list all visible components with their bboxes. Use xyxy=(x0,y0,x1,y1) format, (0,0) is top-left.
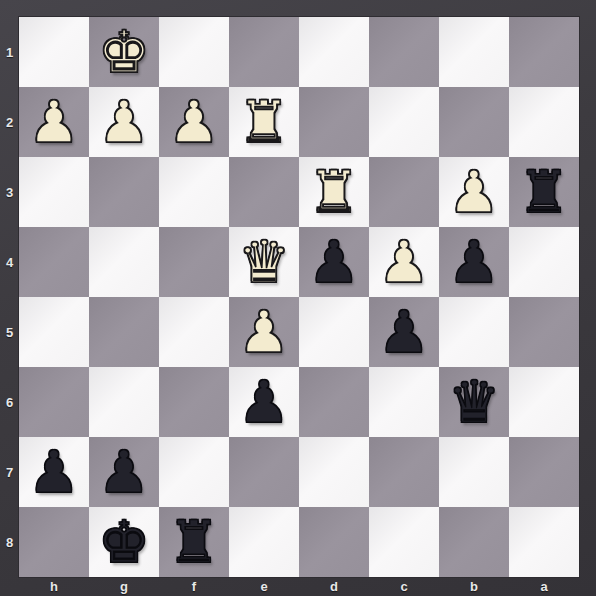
square-e8[interactable] xyxy=(229,507,299,577)
rank-label-8: 8 xyxy=(0,507,19,577)
square-c4[interactable]: ♟ xyxy=(369,227,439,297)
square-f4[interactable] xyxy=(159,227,229,297)
square-d6[interactable] xyxy=(299,367,369,437)
rank-label-3: 3 xyxy=(0,157,19,227)
white-pawn[interactable]: ♟ xyxy=(98,87,150,157)
square-f6[interactable] xyxy=(159,367,229,437)
black-pawn[interactable]: ♟ xyxy=(378,297,430,367)
square-e3[interactable] xyxy=(229,157,299,227)
square-a4[interactable] xyxy=(509,227,579,297)
square-c3[interactable] xyxy=(369,157,439,227)
square-e1[interactable] xyxy=(229,17,299,87)
square-g6[interactable] xyxy=(89,367,159,437)
square-e6[interactable]: ♟ xyxy=(229,367,299,437)
white-king[interactable]: ♚ xyxy=(98,17,150,87)
square-c5[interactable]: ♟ xyxy=(369,297,439,367)
square-h1[interactable] xyxy=(19,17,89,87)
square-e7[interactable] xyxy=(229,437,299,507)
rank-label-1: 1 xyxy=(0,17,19,87)
square-a6[interactable] xyxy=(509,367,579,437)
square-f7[interactable] xyxy=(159,437,229,507)
black-pawn[interactable]: ♟ xyxy=(28,437,80,507)
square-g8[interactable]: ♚ xyxy=(89,507,159,577)
file-label-d: d xyxy=(299,577,369,596)
file-label-f: f xyxy=(159,577,229,596)
square-f2[interactable]: ♟ xyxy=(159,87,229,157)
square-f1[interactable] xyxy=(159,17,229,87)
square-b3[interactable]: ♟ xyxy=(439,157,509,227)
black-pawn[interactable]: ♟ xyxy=(448,227,500,297)
white-pawn[interactable]: ♟ xyxy=(28,87,80,157)
square-a5[interactable] xyxy=(509,297,579,367)
square-e5[interactable]: ♟ xyxy=(229,297,299,367)
square-c7[interactable] xyxy=(369,437,439,507)
square-h4[interactable] xyxy=(19,227,89,297)
square-a8[interactable] xyxy=(509,507,579,577)
black-pawn[interactable]: ♟ xyxy=(98,437,150,507)
square-h5[interactable] xyxy=(19,297,89,367)
square-f3[interactable] xyxy=(159,157,229,227)
square-h3[interactable] xyxy=(19,157,89,227)
square-a3[interactable]: ♜ xyxy=(509,157,579,227)
square-d2[interactable] xyxy=(299,87,369,157)
square-d8[interactable] xyxy=(299,507,369,577)
square-g7[interactable]: ♟ xyxy=(89,437,159,507)
square-c1[interactable] xyxy=(369,17,439,87)
square-b6[interactable]: ♛ xyxy=(439,367,509,437)
square-b1[interactable] xyxy=(439,17,509,87)
square-d7[interactable] xyxy=(299,437,369,507)
white-queen[interactable]: ♛ xyxy=(238,227,290,297)
black-king[interactable]: ♚ xyxy=(98,507,150,577)
rank-label-6: 6 xyxy=(0,367,19,437)
square-e2[interactable]: ♜ xyxy=(229,87,299,157)
file-label-g: g xyxy=(89,577,159,596)
rank-label-4: 4 xyxy=(0,227,19,297)
chess-position-screenshot: ♚♟♟♟♜♜♟♜♛♟♟♟♟♟♟♛♟♟♚♜ 12345678hgfedcba xyxy=(0,0,596,596)
square-h6[interactable] xyxy=(19,367,89,437)
square-b4[interactable]: ♟ xyxy=(439,227,509,297)
white-pawn[interactable]: ♟ xyxy=(168,87,220,157)
white-pawn[interactable]: ♟ xyxy=(238,297,290,367)
black-queen[interactable]: ♛ xyxy=(448,367,500,437)
square-b7[interactable] xyxy=(439,437,509,507)
board-frame: ♚♟♟♟♜♜♟♜♛♟♟♟♟♟♟♛♟♟♚♜ 12345678hgfedcba xyxy=(0,0,596,596)
rank-label-2: 2 xyxy=(0,87,19,157)
file-label-h: h xyxy=(19,577,89,596)
square-h8[interactable] xyxy=(19,507,89,577)
square-b2[interactable] xyxy=(439,87,509,157)
square-d4[interactable]: ♟ xyxy=(299,227,369,297)
square-d3[interactable]: ♜ xyxy=(299,157,369,227)
rank-label-7: 7 xyxy=(0,437,19,507)
white-pawn[interactable]: ♟ xyxy=(448,157,500,227)
square-c2[interactable] xyxy=(369,87,439,157)
black-rook[interactable]: ♜ xyxy=(518,157,570,227)
square-e4[interactable]: ♛ xyxy=(229,227,299,297)
square-g1[interactable]: ♚ xyxy=(89,17,159,87)
black-pawn[interactable]: ♟ xyxy=(308,227,360,297)
file-label-a: a xyxy=(509,577,579,596)
rank-label-5: 5 xyxy=(0,297,19,367)
square-g5[interactable] xyxy=(89,297,159,367)
square-f8[interactable]: ♜ xyxy=(159,507,229,577)
square-g3[interactable] xyxy=(89,157,159,227)
square-c6[interactable] xyxy=(369,367,439,437)
square-g4[interactable] xyxy=(89,227,159,297)
file-label-c: c xyxy=(369,577,439,596)
white-pawn[interactable]: ♟ xyxy=(378,227,430,297)
square-a7[interactable] xyxy=(509,437,579,507)
file-label-b: b xyxy=(439,577,509,596)
square-a1[interactable] xyxy=(509,17,579,87)
file-label-e: e xyxy=(229,577,299,596)
square-d1[interactable] xyxy=(299,17,369,87)
square-h7[interactable]: ♟ xyxy=(19,437,89,507)
white-rook[interactable]: ♜ xyxy=(308,157,360,227)
square-a2[interactable] xyxy=(509,87,579,157)
black-pawn[interactable]: ♟ xyxy=(238,367,290,437)
square-d5[interactable] xyxy=(299,297,369,367)
black-rook[interactable]: ♜ xyxy=(168,507,220,577)
square-b8[interactable] xyxy=(439,507,509,577)
square-g2[interactable]: ♟ xyxy=(89,87,159,157)
square-b5[interactable] xyxy=(439,297,509,367)
white-rook[interactable]: ♜ xyxy=(238,87,290,157)
square-f5[interactable] xyxy=(159,297,229,367)
square-c8[interactable] xyxy=(369,507,439,577)
square-h2[interactable]: ♟ xyxy=(19,87,89,157)
chess-board: ♚♟♟♟♜♜♟♜♛♟♟♟♟♟♟♛♟♟♚♜ xyxy=(19,17,579,577)
